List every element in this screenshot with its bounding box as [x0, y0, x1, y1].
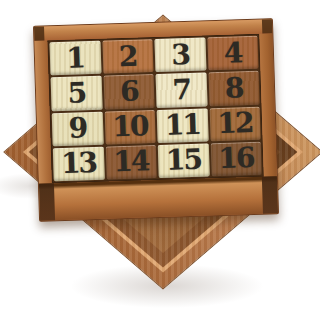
- tile-15-label: 15: [166, 146, 202, 175]
- tile-12[interactable]: 12: [209, 106, 261, 141]
- tile-16[interactable]: 16: [210, 141, 262, 176]
- tile-7[interactable]: 7: [156, 73, 208, 108]
- tile-6[interactable]: 6: [103, 74, 155, 109]
- tile-10-label: 10: [112, 112, 148, 141]
- puzzle-tray: 1 2 3 4 5 6 7 8 9 10 11 12 13 14 15 16: [33, 18, 279, 221]
- tile-9-label: 9: [68, 114, 86, 143]
- tile-7-label: 7: [172, 76, 190, 105]
- tile-6-label: 6: [120, 77, 138, 106]
- product-photo: 1 2 3 4 5 6 7 8 9 10 11 12 13 14 15 16: [0, 0, 320, 320]
- tile-14[interactable]: 14: [105, 145, 157, 180]
- tile-1-label: 1: [66, 44, 84, 73]
- tile-2[interactable]: 2: [102, 39, 154, 74]
- tile-14-label: 14: [113, 148, 149, 177]
- tile-5[interactable]: 5: [51, 76, 103, 111]
- tile-13[interactable]: 13: [53, 146, 105, 181]
- tile-5-label: 5: [67, 79, 85, 108]
- tile-12-label: 12: [217, 109, 253, 138]
- tile-3[interactable]: 3: [154, 37, 206, 72]
- tile-10[interactable]: 10: [104, 110, 156, 145]
- tile-8-label: 8: [225, 74, 243, 103]
- tile-2-label: 2: [119, 42, 137, 71]
- tile-13-label: 13: [61, 149, 97, 178]
- tile-16-label: 16: [218, 144, 254, 173]
- tile-1[interactable]: 1: [50, 41, 102, 76]
- tile-8[interactable]: 8: [208, 71, 260, 106]
- tile-4-label: 4: [224, 39, 242, 68]
- tile-grid: 1 2 3 4 5 6 7 8 9 10 11 12 13 14 15 16: [47, 34, 263, 184]
- tile-3-label: 3: [171, 41, 189, 70]
- tray-front-rim: [39, 176, 278, 220]
- tile-9[interactable]: 9: [52, 111, 104, 146]
- tile-11-label: 11: [165, 111, 201, 140]
- tile-11[interactable]: 11: [157, 108, 209, 143]
- tile-15[interactable]: 15: [158, 143, 210, 178]
- tile-4[interactable]: 4: [207, 36, 259, 71]
